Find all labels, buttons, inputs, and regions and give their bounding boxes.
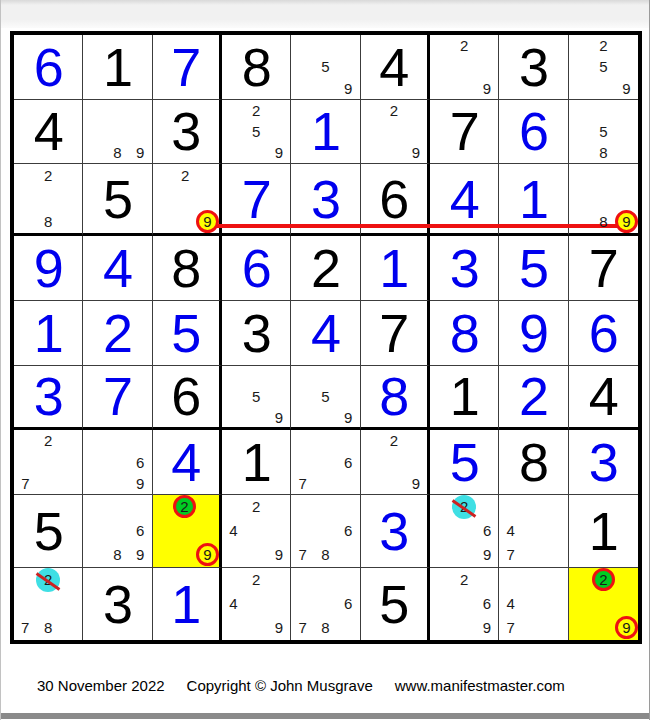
- solved-digit: 6: [34, 40, 63, 94]
- cell-r4c3[interactable]: 8: [153, 236, 222, 301]
- given-digit: 7: [450, 104, 479, 158]
- candidate-grid: 29: [361, 430, 427, 494]
- cell-r3c3[interactable]: 29: [153, 164, 222, 236]
- candidate-4: 4: [499, 519, 522, 543]
- sudoku-grid: 6178594293259489325912976582852973641899…: [10, 31, 642, 644]
- candidate-grid: 678: [291, 495, 359, 567]
- candidate-9: 9: [615, 77, 638, 98]
- solved-digit: 5: [519, 241, 548, 295]
- cell-r2c6[interactable]: 29: [361, 100, 430, 165]
- cell-r8c6[interactable]: 3: [361, 495, 430, 568]
- given-digit: 1: [103, 40, 132, 94]
- candidate-5: 5: [314, 386, 337, 407]
- green-circle-candidate-2: 2: [173, 495, 196, 518]
- candidate-grid: 58: [569, 100, 638, 164]
- cell-r1c9[interactable]: 259: [569, 35, 638, 100]
- cell-r5c3[interactable]: 5: [153, 301, 222, 366]
- solved-digit: 3: [311, 172, 340, 226]
- solved-digit: 6: [589, 306, 618, 360]
- cell-r7c4[interactable]: 1: [222, 430, 291, 495]
- candidate-9: 9: [476, 616, 499, 640]
- candidate-grid: 28: [14, 164, 82, 233]
- cell-r4c4[interactable]: 6: [222, 236, 291, 301]
- solved-digit: 4: [311, 306, 340, 360]
- given-digit: 2: [311, 241, 340, 295]
- candidate-9: 9: [129, 473, 152, 494]
- candidate-7: 7: [14, 616, 36, 640]
- given-digit: 8: [519, 435, 548, 489]
- candidate-grid: 69: [83, 430, 151, 494]
- candidate-9: 9: [405, 473, 427, 494]
- solved-digit: 8: [450, 306, 479, 360]
- solved-digit: 5: [171, 306, 200, 360]
- candidate-grid: 249: [222, 495, 290, 567]
- cell-r9c7[interactable]: 269: [430, 568, 499, 640]
- cell-r1c2[interactable]: 1: [83, 35, 152, 100]
- candidate-2: 2: [383, 430, 405, 451]
- cell-r7c7[interactable]: 5: [430, 430, 499, 495]
- candidate-6: 6: [337, 452, 360, 473]
- given-digit: 1: [242, 435, 271, 489]
- candidate-7: 7: [14, 473, 37, 494]
- given-digit: 1: [450, 369, 479, 423]
- cell-r2c3[interactable]: 3: [153, 100, 222, 165]
- candidate-9: 9: [405, 142, 427, 163]
- cell-r7c1[interactable]: 27: [14, 430, 83, 495]
- cell-r7c8[interactable]: 8: [499, 430, 568, 495]
- solved-digit: 4: [450, 172, 479, 226]
- cell-r5c5[interactable]: 4: [291, 301, 360, 366]
- given-digit: 5: [103, 172, 132, 226]
- candidate-grid: 678: [291, 568, 359, 640]
- given-digit: 8: [242, 40, 271, 94]
- candidate-grid: 29: [430, 35, 498, 99]
- candidate-9: 9: [337, 77, 360, 98]
- solved-digit: 9: [34, 241, 63, 295]
- candidate-6: 6: [129, 452, 152, 473]
- candidate-6: 6: [476, 519, 498, 543]
- given-digit: 7: [379, 306, 408, 360]
- candidate-7: 7: [291, 473, 314, 494]
- candidate-grid: 29: [569, 568, 638, 640]
- candidate-6: 6: [129, 519, 152, 543]
- cell-r7c3[interactable]: 4: [153, 430, 222, 495]
- given-digit: 5: [379, 577, 408, 631]
- candidate-grid: 67: [291, 430, 359, 494]
- cell-r1c5[interactable]: 59: [291, 35, 360, 100]
- given-digit: 4: [34, 104, 63, 158]
- cell-r9c8[interactable]: 47: [499, 568, 568, 640]
- solved-digit: 8: [379, 369, 408, 423]
- cell-r1c1[interactable]: 6: [14, 35, 83, 100]
- cell-r6c4[interactable]: 59: [222, 366, 291, 431]
- given-digit: 6: [379, 172, 408, 226]
- candidate-4: 4: [222, 592, 245, 616]
- candidate-5: 5: [592, 121, 615, 142]
- candidate-grid: 47: [499, 568, 567, 640]
- candidate-grid: 29: [361, 100, 427, 164]
- cell-r7c5[interactable]: 67: [291, 430, 360, 495]
- green-circle-candidate-2: 2: [592, 568, 615, 591]
- candidate-grid: 59: [291, 35, 359, 99]
- cell-r7c6[interactable]: 29: [361, 430, 430, 495]
- given-digit: 4: [589, 369, 618, 423]
- cell-r2c2[interactable]: 89: [83, 100, 152, 165]
- candidate-grid: 249: [222, 568, 290, 640]
- cell-r4c2[interactable]: 4: [83, 236, 152, 301]
- cell-r1c7[interactable]: 29: [430, 35, 499, 100]
- candidate-2: 2: [453, 35, 476, 56]
- cell-r4c8[interactable]: 5: [499, 236, 568, 301]
- candidate-7: 7: [499, 616, 522, 640]
- candidate-5: 5: [592, 56, 615, 77]
- cell-r6c1[interactable]: 3: [14, 366, 83, 431]
- cell-r2c9[interactable]: 58: [569, 100, 638, 165]
- cyan-struck-candidate-2: 2: [36, 568, 60, 592]
- cell-r6c9[interactable]: 4: [569, 366, 638, 431]
- cell-r6c2[interactable]: 7: [83, 366, 152, 431]
- cell-r1c4[interactable]: 8: [222, 35, 291, 100]
- cell-r2c8[interactable]: 6: [499, 100, 568, 165]
- solved-digit: 2: [103, 306, 132, 360]
- cell-r9c4[interactable]: 249: [222, 568, 291, 640]
- given-digit: 3: [103, 577, 132, 631]
- given-digit: 3: [171, 104, 200, 158]
- candidate-9: 9: [129, 543, 152, 567]
- footer-copyright: Copyright © John Musgrave: [187, 677, 373, 694]
- yellow-circle-candidate-9: 9: [615, 210, 638, 233]
- solved-digit: 1: [171, 577, 200, 631]
- cell-r6c6[interactable]: 8: [361, 366, 430, 431]
- solved-digit: 2: [519, 369, 548, 423]
- cell-r9c1[interactable]: 278: [14, 568, 83, 640]
- candidate-2: 2: [453, 568, 476, 592]
- cell-r9c9[interactable]: 29: [569, 568, 638, 640]
- cell-r5c9[interactable]: 6: [569, 301, 638, 366]
- candidate-2: 2: [245, 568, 268, 592]
- cell-r6c5[interactable]: 59: [291, 366, 360, 431]
- cell-r1c3[interactable]: 7: [153, 35, 222, 100]
- candidate-grid: 59: [222, 366, 290, 428]
- candidate-9: 9: [268, 543, 291, 567]
- candidate-6: 6: [476, 592, 499, 616]
- top-bar: [1, 0, 650, 28]
- cell-r9c5[interactable]: 678: [291, 568, 360, 640]
- candidate-8: 8: [106, 142, 129, 163]
- candidate-2: 2: [37, 430, 60, 451]
- candidate-9: 9: [129, 142, 152, 163]
- cell-r1c6[interactable]: 4: [361, 35, 430, 100]
- solved-digit: 7: [242, 172, 271, 226]
- cell-r9c2[interactable]: 3: [83, 568, 152, 640]
- given-digit: 1: [589, 504, 618, 558]
- solved-digit: 4: [103, 241, 132, 295]
- cell-r2c5[interactable]: 1: [291, 100, 360, 165]
- ring-circle-candidate-9: 9: [615, 616, 638, 639]
- candidate-8: 8: [106, 543, 129, 567]
- candidate-7: 7: [499, 543, 522, 567]
- cell-r6c3[interactable]: 6: [153, 366, 222, 431]
- solved-digit: 6: [519, 104, 548, 158]
- candidate-8: 8: [592, 210, 615, 233]
- candidate-5: 5: [314, 56, 337, 77]
- candidate-grid: 59: [291, 366, 359, 428]
- solved-digit: 1: [379, 241, 408, 295]
- given-digit: 5: [34, 504, 63, 558]
- candidate-9: 9: [268, 407, 291, 428]
- cell-r8c4[interactable]: 249: [222, 495, 291, 568]
- candidate-6: 6: [337, 519, 360, 543]
- cell-r8c3[interactable]: 29: [153, 495, 222, 568]
- given-digit: 7: [589, 241, 618, 295]
- candidate-8: 8: [314, 543, 337, 567]
- candidate-8: 8: [592, 142, 615, 163]
- candidate-grid: 259: [569, 35, 638, 99]
- cell-r3c2[interactable]: 5: [83, 164, 152, 236]
- cell-r4c9[interactable]: 7: [569, 236, 638, 301]
- candidate-grid: 89: [569, 164, 638, 233]
- given-digit: 3: [242, 306, 271, 360]
- given-digit: 6: [171, 369, 200, 423]
- cell-r5c1[interactable]: 1: [14, 301, 83, 366]
- candidate-2: 2: [245, 100, 268, 121]
- candidate-4: 4: [222, 519, 245, 543]
- candidate-2: 2: [174, 164, 196, 187]
- bottom-bar: [1, 713, 650, 719]
- candidate-7: 7: [291, 543, 314, 567]
- solved-digit: 7: [171, 40, 200, 94]
- yellow-circle-candidate-9: 9: [196, 210, 219, 233]
- cell-r5c2[interactable]: 2: [83, 301, 152, 366]
- candidate-grid: 27: [14, 430, 82, 494]
- cell-r2c4[interactable]: 259: [222, 100, 291, 165]
- cell-r3c1[interactable]: 28: [14, 164, 83, 236]
- candidate-9: 9: [337, 407, 360, 428]
- candidate-5: 5: [245, 386, 268, 407]
- candidate-9: 9: [476, 543, 498, 567]
- cell-r2c1[interactable]: 4: [14, 100, 83, 165]
- candidate-4: 4: [499, 592, 522, 616]
- candidate-grid: 269: [430, 495, 498, 567]
- cell-r8c2[interactable]: 689: [83, 495, 152, 568]
- cell-r6c8[interactable]: 2: [499, 366, 568, 431]
- cell-r8c7[interactable]: 269: [430, 495, 499, 568]
- candidate-9: 9: [476, 77, 499, 98]
- cell-r3c9[interactable]: 89: [569, 164, 638, 236]
- candidate-5: 5: [245, 121, 268, 142]
- given-digit: 8: [171, 241, 200, 295]
- candidate-grid: 47: [499, 495, 567, 567]
- cell-r2c7[interactable]: 7: [430, 100, 499, 165]
- cell-r5c6[interactable]: 7: [361, 301, 430, 366]
- candidate-grid: 29: [153, 495, 219, 567]
- chain-link-line: [210, 224, 627, 228]
- sudoku-app-window: 6178594293259489325912976582852973641899…: [0, 0, 650, 720]
- candidate-2: 2: [383, 100, 405, 121]
- solved-digit: 1: [311, 104, 340, 158]
- solved-digit: 3: [379, 504, 408, 558]
- cell-r5c8[interactable]: 9: [499, 301, 568, 366]
- candidate-9: 9: [268, 616, 291, 640]
- cell-r4c5[interactable]: 2: [291, 236, 360, 301]
- candidate-6: 6: [337, 592, 360, 616]
- candidate-2: 2: [37, 164, 60, 187]
- cell-r8c5[interactable]: 678: [291, 495, 360, 568]
- ring-circle-candidate-9: 9: [196, 543, 219, 566]
- cell-r4c6[interactable]: 1: [361, 236, 430, 301]
- footer-website: www.manifestmaster.com: [395, 677, 565, 694]
- cell-r7c9[interactable]: 3: [569, 430, 638, 495]
- solved-digit: 7: [103, 369, 132, 423]
- candidate-grid: 278: [14, 568, 82, 640]
- candidate-2: 2: [245, 495, 268, 519]
- solved-digit: 9: [519, 306, 548, 360]
- solved-digit: 5: [450, 435, 479, 489]
- cell-r9c6[interactable]: 5: [361, 568, 430, 640]
- cell-r7c2[interactable]: 69: [83, 430, 152, 495]
- footer: 30 November 2022 Copyright © John Musgra…: [37, 677, 565, 694]
- candidate-8: 8: [37, 210, 60, 233]
- candidate-grid: 29: [153, 164, 219, 233]
- candidate-grid: 269: [430, 568, 498, 640]
- solved-digit: 3: [34, 369, 63, 423]
- cell-r8c1[interactable]: 5: [14, 495, 83, 568]
- solved-digit: 1: [34, 306, 63, 360]
- solved-digit: 3: [589, 435, 618, 489]
- cell-r4c1[interactable]: 9: [14, 236, 83, 301]
- candidate-7: 7: [291, 616, 314, 640]
- candidate-9: 9: [268, 142, 291, 163]
- cell-r4c7[interactable]: 3: [430, 236, 499, 301]
- candidate-grid: 259: [222, 100, 290, 164]
- footer-date: 30 November 2022: [37, 677, 165, 694]
- cyan-struck-candidate-2: 2: [452, 495, 476, 519]
- cell-r5c4[interactable]: 3: [222, 301, 291, 366]
- cell-r8c9[interactable]: 1: [569, 495, 638, 568]
- solved-digit: 3: [450, 241, 479, 295]
- cell-r8c8[interactable]: 47: [499, 495, 568, 568]
- solved-digit: 1: [519, 172, 548, 226]
- solved-digit: 4: [171, 435, 200, 489]
- cell-r6c7[interactable]: 1: [430, 366, 499, 431]
- cell-r5c7[interactable]: 8: [430, 301, 499, 366]
- given-digit: 4: [379, 40, 408, 94]
- candidate-8: 8: [36, 616, 60, 640]
- candidate-grid: 689: [83, 495, 151, 567]
- solved-digit: 6: [242, 241, 271, 295]
- cell-r1c8[interactable]: 3: [499, 35, 568, 100]
- candidate-grid: 89: [83, 100, 151, 164]
- candidate-2: 2: [592, 35, 615, 56]
- cell-r9c3[interactable]: 1: [153, 568, 222, 640]
- candidate-8: 8: [314, 616, 337, 640]
- given-digit: 3: [519, 40, 548, 94]
